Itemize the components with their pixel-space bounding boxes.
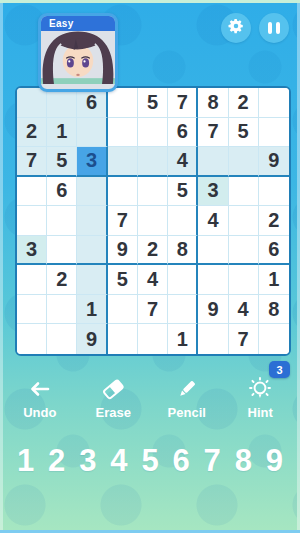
undo-button[interactable]: Undo [3, 361, 77, 421]
cell-r6c9[interactable]: 6 [259, 236, 289, 266]
cell-r4c2[interactable]: 6 [47, 177, 77, 207]
numpad-9[interactable]: 9 [264, 440, 285, 482]
cell-r3c6[interactable]: 4 [168, 147, 198, 177]
cell-r3c1[interactable]: 7 [17, 147, 47, 177]
cell-r8c8[interactable]: 4 [229, 295, 259, 325]
cell-r6c6[interactable]: 8 [168, 236, 198, 266]
cell-r7c1[interactable] [17, 265, 47, 295]
cell-r6c4[interactable]: 9 [108, 236, 138, 266]
cell-r5c6[interactable] [168, 206, 198, 236]
cell-r1c6[interactable]: 7 [168, 88, 198, 118]
cell-r2c8[interactable]: 5 [229, 118, 259, 148]
lightbulb-icon [247, 376, 273, 402]
cell-r2c7[interactable]: 7 [198, 118, 228, 148]
cell-r4c4[interactable] [108, 177, 138, 207]
cell-r1c4[interactable] [108, 88, 138, 118]
cell-r5c1[interactable] [17, 206, 47, 236]
number-pad: 1 2 3 4 5 6 7 8 9 [11, 440, 289, 482]
numpad-1[interactable]: 1 [15, 440, 36, 482]
cell-r3c8[interactable] [229, 147, 259, 177]
cell-r5c9[interactable]: 2 [259, 206, 289, 236]
hint-button[interactable]: 3 Hint [224, 361, 298, 421]
hint-count-badge: 3 [269, 361, 290, 378]
cell-r1c2[interactable] [47, 88, 77, 118]
cell-r3c3[interactable]: 3 [77, 147, 107, 177]
cell-r3c9[interactable]: 9 [259, 147, 289, 177]
cell-r8c4[interactable] [108, 295, 138, 325]
cell-r7c8[interactable] [229, 265, 259, 295]
cell-r5c4[interactable]: 7 [108, 206, 138, 236]
settings-button[interactable] [221, 13, 251, 43]
cell-r9c6[interactable]: 1 [168, 324, 198, 354]
gear-icon [227, 17, 245, 39]
cell-r2c4[interactable] [108, 118, 138, 148]
cell-r2c2[interactable]: 1 [47, 118, 77, 148]
cell-r7c3[interactable] [77, 265, 107, 295]
numpad-6[interactable]: 6 [170, 440, 191, 482]
cell-r8c3[interactable]: 1 [77, 295, 107, 325]
player-avatar [41, 31, 115, 84]
cell-r5c7[interactable]: 4 [198, 206, 228, 236]
pause-button[interactable] [259, 13, 289, 43]
cell-r4c9[interactable] [259, 177, 289, 207]
undo-label: Undo [23, 405, 56, 420]
hint-label: Hint [248, 405, 273, 420]
sudoku-board: 65782216757534965374239286254117948917 [15, 86, 291, 356]
cell-r9c8[interactable]: 7 [229, 324, 259, 354]
cell-r6c7[interactable] [198, 236, 228, 266]
cell-r3c5[interactable] [138, 147, 168, 177]
pencil-label: Pencil [168, 405, 206, 420]
cell-r2c3[interactable] [77, 118, 107, 148]
cell-r4c6[interactable]: 5 [168, 177, 198, 207]
cell-r1c9[interactable] [259, 88, 289, 118]
cell-r9c9[interactable] [259, 324, 289, 354]
cell-r5c3[interactable] [77, 206, 107, 236]
cell-r2c5[interactable] [138, 118, 168, 148]
cell-r5c2[interactable] [47, 206, 77, 236]
sudoku-app-screen: Easy 657822167575349653742392 [0, 0, 300, 533]
erase-button[interactable]: Erase [77, 361, 151, 421]
toolbar: Undo Erase [3, 361, 297, 421]
undo-arrow-icon [27, 376, 53, 402]
cell-r6c3[interactable] [77, 236, 107, 266]
cell-r8c6[interactable] [168, 295, 198, 325]
pencil-icon [174, 376, 200, 402]
cell-r7c7[interactable] [198, 265, 228, 295]
cell-r8c9[interactable]: 8 [259, 295, 289, 325]
numpad-8[interactable]: 8 [233, 440, 254, 482]
numpad-7[interactable]: 7 [202, 440, 223, 482]
cell-r2c6[interactable]: 6 [168, 118, 198, 148]
cell-r1c5[interactable]: 5 [138, 88, 168, 118]
cell-r1c1[interactable] [17, 88, 47, 118]
cell-r1c7[interactable]: 8 [198, 88, 228, 118]
pause-icon [268, 22, 280, 34]
cell-r7c6[interactable] [168, 265, 198, 295]
cell-r4c5[interactable] [138, 177, 168, 207]
cell-r9c4[interactable] [108, 324, 138, 354]
cell-r6c2[interactable] [47, 236, 77, 266]
cell-r4c8[interactable] [229, 177, 259, 207]
cell-r1c3[interactable]: 6 [77, 88, 107, 118]
cell-r3c2[interactable]: 5 [47, 147, 77, 177]
cell-r5c8[interactable] [229, 206, 259, 236]
numpad-2[interactable]: 2 [46, 440, 67, 482]
cell-r8c7[interactable]: 9 [198, 295, 228, 325]
erase-label: Erase [96, 405, 131, 420]
player-avatar-panel[interactable]: Easy [38, 13, 118, 92]
pencil-button[interactable]: Pencil [150, 361, 224, 421]
cell-r4c1[interactable] [17, 177, 47, 207]
cell-r2c1[interactable]: 2 [17, 118, 47, 148]
cell-r6c1[interactable]: 3 [17, 236, 47, 266]
cell-r9c5[interactable] [138, 324, 168, 354]
cell-r2c9[interactable] [259, 118, 289, 148]
cell-r9c3[interactable]: 9 [77, 324, 107, 354]
cell-r5c5[interactable] [138, 206, 168, 236]
cell-r9c7[interactable] [198, 324, 228, 354]
cell-r3c4[interactable] [108, 147, 138, 177]
cell-r4c7[interactable]: 3 [198, 177, 228, 207]
cell-r4c3[interactable] [77, 177, 107, 207]
cell-r8c1[interactable] [17, 295, 47, 325]
cell-r7c5[interactable]: 4 [138, 265, 168, 295]
cell-r9c2[interactable] [47, 324, 77, 354]
cell-r3c7[interactable] [198, 147, 228, 177]
cell-r7c9[interactable]: 1 [259, 265, 289, 295]
cell-r7c2[interactable]: 2 [47, 265, 77, 295]
cell-r6c5[interactable]: 2 [138, 236, 168, 266]
cell-r6c8[interactable] [229, 236, 259, 266]
cell-r1c8[interactable]: 2 [229, 88, 259, 118]
difficulty-badge: Easy [41, 16, 115, 31]
numpad-5[interactable]: 5 [139, 440, 160, 482]
eraser-icon [100, 376, 126, 402]
numpad-3[interactable]: 3 [77, 440, 98, 482]
cell-r7c4[interactable]: 5 [108, 265, 138, 295]
cell-r9c1[interactable] [17, 324, 47, 354]
cell-r8c5[interactable]: 7 [138, 295, 168, 325]
cell-r8c2[interactable] [47, 295, 77, 325]
numpad-4[interactable]: 4 [108, 440, 129, 482]
